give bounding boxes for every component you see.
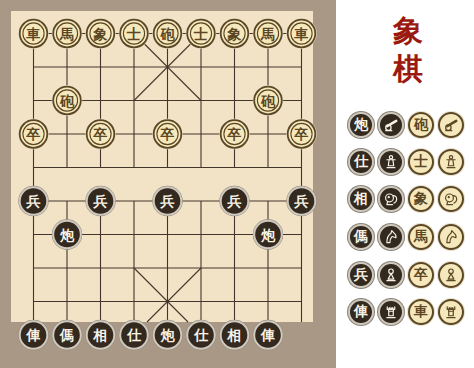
- board-piece-dark-f1r9[interactable]: 傌: [52, 320, 82, 350]
- piece-character: 炮: [59, 228, 75, 243]
- piece-character: 俥: [26, 328, 41, 343]
- board-piece-light-f2r3[interactable]: 卒: [85, 119, 115, 149]
- legend-character: 相: [354, 192, 368, 206]
- board-piece-dark-f3r9[interactable]: 仕: [119, 320, 149, 350]
- piece-character: 俥: [260, 328, 275, 343]
- legend-character: 士: [414, 155, 428, 169]
- board-piece-light-f8r3[interactable]: 卒: [286, 119, 316, 149]
- cannon-icon: [442, 116, 460, 134]
- legend-light-elephant-icon: [438, 186, 464, 212]
- legend-elephant-light-character: 象: [408, 186, 434, 212]
- board-piece-dark-f2r5[interactable]: 兵: [85, 186, 115, 216]
- board-piece-dark-f4r9[interactable]: 炮: [152, 320, 182, 350]
- piece-character: 兵: [294, 194, 309, 209]
- legend-dark-horse-icon: [378, 224, 404, 250]
- piece-character: 兵: [26, 194, 41, 209]
- legend-light-cannon-icon: [438, 112, 464, 138]
- legend-cannon-dark-character: 炮: [348, 112, 374, 138]
- piece-character: 士: [126, 26, 141, 42]
- board-piece-dark-f0r9[interactable]: 俥: [18, 320, 48, 350]
- board-piece-dark-f2r9[interactable]: 相: [85, 320, 115, 350]
- legend-advisor-dark-character: 仕: [348, 149, 374, 175]
- legend-horse-light-character: 馬: [408, 224, 434, 250]
- piece-character: 仕: [193, 328, 209, 343]
- legend-character: 傌: [354, 230, 368, 244]
- legend-dark-elephant-icon: [378, 186, 404, 212]
- piece-character: 砲: [59, 94, 75, 109]
- piece-character: 炮: [160, 328, 176, 343]
- soldier-icon: [442, 266, 460, 284]
- board-piece-light-f5r0[interactable]: 士: [186, 18, 216, 48]
- page-title: 象 棋: [378, 12, 438, 88]
- piece-character: 馬: [260, 27, 275, 42]
- piece-character: 兵: [93, 194, 108, 209]
- piece-character: 砲: [160, 27, 176, 42]
- piece-character: 傌: [59, 328, 74, 343]
- soldier-icon: [382, 266, 400, 284]
- horse-icon: [442, 228, 460, 246]
- legend-dark-advisor-icon: [378, 149, 404, 175]
- board-piece-light-f7r2[interactable]: 砲: [253, 85, 283, 115]
- elephant-icon: [382, 190, 400, 208]
- piece-character: 炮: [260, 228, 276, 243]
- legend-advisor-light-character: 士: [408, 149, 434, 175]
- piece-character: 卒: [227, 126, 242, 142]
- legend-light-advisor-icon: [438, 149, 464, 175]
- legend-soldier-light-character: 卒: [408, 262, 434, 288]
- piece-character: 卒: [93, 126, 108, 142]
- legend-character: 炮: [354, 118, 368, 132]
- advisor-icon: [382, 153, 400, 171]
- board-piece-dark-f6r5[interactable]: 兵: [219, 186, 249, 216]
- elephant-icon: [442, 190, 460, 208]
- piece-character: 馬: [59, 27, 74, 42]
- board-piece-dark-f8r5[interactable]: 兵: [286, 186, 316, 216]
- legend-light-soldier-icon: [438, 262, 464, 288]
- piece-character: 砲: [260, 94, 276, 109]
- piece-character: 車: [294, 27, 309, 42]
- board-piece-light-f4r0[interactable]: 砲: [152, 18, 182, 48]
- board-piece-light-f6r0[interactable]: 象: [219, 18, 249, 48]
- board-piece-light-f4r3[interactable]: 卒: [152, 119, 182, 149]
- piece-character: 兵: [160, 194, 175, 209]
- legend-soldier-dark-character: 兵: [348, 262, 374, 288]
- board-piece-light-f8r0[interactable]: 車: [286, 18, 316, 48]
- legend-character: 砲: [414, 118, 428, 132]
- piece-character: 象: [93, 27, 108, 42]
- legend-elephant-dark-character: 相: [348, 186, 374, 212]
- board-piece-light-f1r2[interactable]: 砲: [52, 85, 82, 115]
- legend-character: 仕: [354, 155, 368, 169]
- board-piece-dark-f7r6[interactable]: 炮: [253, 219, 283, 249]
- piece-character: 車: [26, 27, 41, 42]
- board-piece-light-f6r3[interactable]: 卒: [219, 119, 249, 149]
- board-piece-dark-f7r9[interactable]: 俥: [253, 320, 283, 350]
- piece-character: 象: [227, 27, 242, 42]
- board-piece-light-f3r0[interactable]: 士: [119, 18, 149, 48]
- board-piece-light-f0r3[interactable]: 卒: [18, 119, 48, 149]
- piece-character: 相: [227, 328, 242, 343]
- horse-icon: [382, 228, 400, 246]
- title-char-2: 棋: [393, 50, 423, 88]
- board-piece-dark-f4r5[interactable]: 兵: [152, 186, 182, 216]
- xiangqi-board[interactable]: 車馬象士砲士象馬車砲砲卒卒卒卒卒兵兵兵兵兵炮炮俥傌相仕炮仕相俥: [0, 0, 336, 368]
- piece-character: 卒: [160, 126, 175, 142]
- legend-dark-soldier-icon: [378, 262, 404, 288]
- chariot-icon: [442, 303, 460, 321]
- legend-cannon-light-character: 砲: [408, 112, 434, 138]
- piece-character: 兵: [227, 194, 242, 209]
- board-piece-dark-f1r6[interactable]: 炮: [52, 219, 82, 249]
- legend-character: 車: [414, 305, 428, 319]
- board-piece-light-f0r0[interactable]: 車: [18, 18, 48, 48]
- legend-horse-dark-character: 傌: [348, 224, 374, 250]
- piece-character: 仕: [126, 328, 142, 343]
- xiangqi-diagram: 車馬象士砲士象馬車砲砲卒卒卒卒卒兵兵兵兵兵炮炮俥傌相仕炮仕相俥 象 棋 炮砲仕士…: [0, 0, 474, 368]
- chariot-icon: [382, 303, 400, 321]
- piece-character: 相: [93, 328, 108, 343]
- legend-dark-chariot-icon: [378, 299, 404, 325]
- legend-light-horse-icon: [438, 224, 464, 250]
- piece-character: 士: [193, 26, 208, 42]
- legend-character: 馬: [414, 230, 428, 244]
- board-piece-dark-f0r5[interactable]: 兵: [18, 186, 48, 216]
- board-piece-dark-f5r9[interactable]: 仕: [186, 320, 216, 350]
- legend-character: 象: [414, 192, 428, 206]
- legend-chariot-light-character: 車: [408, 299, 434, 325]
- piece-character: 卒: [26, 126, 41, 142]
- piece-character: 卒: [294, 126, 309, 142]
- legend-character: 兵: [354, 268, 368, 282]
- legend-character: 卒: [414, 268, 428, 282]
- board-piece-dark-f6r9[interactable]: 相: [219, 320, 249, 350]
- legend-character: 俥: [354, 305, 368, 319]
- board-piece-light-f7r0[interactable]: 馬: [253, 18, 283, 48]
- board-piece-light-f2r0[interactable]: 象: [85, 18, 115, 48]
- legend-dark-cannon-icon: [378, 112, 404, 138]
- cannon-icon: [382, 116, 400, 134]
- advisor-icon: [442, 153, 460, 171]
- legend-light-chariot-icon: [438, 299, 464, 325]
- title-char-1: 象: [393, 12, 423, 50]
- board-piece-light-f1r0[interactable]: 馬: [52, 18, 82, 48]
- legend-chariot-dark-character: 俥: [348, 299, 374, 325]
